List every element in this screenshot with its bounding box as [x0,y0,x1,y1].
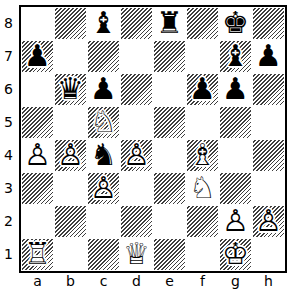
square-e2[interactable] [153,205,186,238]
square-c6[interactable]: ♟ [87,73,120,106]
chess-diagram: ♝♜♚♟♝♟♛♟♟♟♘♙♙♞♙♗♙♘♙♙♖♕♔ 87654321 abcdefg… [0,0,292,292]
square-a2[interactable] [21,205,54,238]
black-rook-icon[interactable]: ♜ [156,6,183,39]
square-f1[interactable] [186,238,219,271]
square-g1[interactable]: ♔ [219,238,252,271]
white-pawn-icon[interactable]: ♙ [90,171,117,204]
square-b8[interactable] [54,7,87,40]
square-g6[interactable]: ♟ [219,73,252,106]
square-a6[interactable] [21,73,54,106]
white-pawn-icon[interactable]: ♙ [255,204,282,237]
black-pawn-icon[interactable]: ♟ [222,72,249,105]
black-pawn-icon[interactable]: ♟ [90,72,117,105]
square-h5[interactable] [252,106,285,139]
file-label-h: h [252,271,285,291]
square-g5[interactable] [219,106,252,139]
square-d5[interactable] [120,106,153,139]
square-a7[interactable]: ♟ [21,40,54,73]
square-g2[interactable]: ♙ [219,205,252,238]
square-c8[interactable]: ♝ [87,7,120,40]
square-d6[interactable] [120,73,153,106]
square-d7[interactable] [120,40,153,73]
black-pawn-icon[interactable]: ♟ [255,39,282,72]
rank-label-6: 6 [0,73,17,106]
square-d3[interactable] [120,172,153,205]
square-h4[interactable] [252,139,285,172]
black-pawn-icon[interactable]: ♟ [24,39,51,72]
square-e4[interactable] [153,139,186,172]
square-a8[interactable] [21,7,54,40]
square-a5[interactable] [21,106,54,139]
white-queen-icon[interactable]: ♕ [123,237,150,270]
white-pawn-icon[interactable]: ♙ [123,138,150,171]
square-c7[interactable] [87,40,120,73]
file-label-c: c [87,271,120,291]
square-f2[interactable] [186,205,219,238]
square-g8[interactable]: ♚ [219,7,252,40]
black-bishop-icon[interactable]: ♝ [222,39,249,72]
black-pawn-icon[interactable]: ♟ [189,72,216,105]
file-label-b: b [54,271,87,291]
file-label-d: d [120,271,153,291]
square-d4[interactable]: ♙ [120,139,153,172]
white-pawn-icon[interactable]: ♙ [57,138,84,171]
square-b4[interactable]: ♙ [54,139,87,172]
black-knight-icon[interactable]: ♞ [90,138,117,171]
square-e5[interactable] [153,106,186,139]
square-b1[interactable] [54,238,87,271]
square-g4[interactable] [219,139,252,172]
white-rook-icon[interactable]: ♖ [24,237,51,270]
white-knight-icon[interactable]: ♘ [189,171,216,204]
square-e6[interactable] [153,73,186,106]
square-h2[interactable]: ♙ [252,205,285,238]
square-g7[interactable]: ♝ [219,40,252,73]
square-c5[interactable]: ♘ [87,106,120,139]
file-label-e: e [153,271,186,291]
square-a4[interactable]: ♙ [21,139,54,172]
rank-label-4: 4 [0,139,17,172]
rank-label-3: 3 [0,172,17,205]
square-f4[interactable]: ♗ [186,139,219,172]
white-knight-icon[interactable]: ♘ [90,105,117,138]
rank-label-7: 7 [0,40,17,73]
white-bishop-icon[interactable]: ♗ [189,138,216,171]
square-e7[interactable] [153,40,186,73]
square-a1[interactable]: ♖ [21,238,54,271]
square-f3[interactable]: ♘ [186,172,219,205]
square-f6[interactable]: ♟ [186,73,219,106]
square-b7[interactable] [54,40,87,73]
square-b6[interactable]: ♛ [54,73,87,106]
white-pawn-icon[interactable]: ♙ [222,204,249,237]
square-e1[interactable] [153,238,186,271]
rank-label-1: 1 [0,238,17,271]
square-f7[interactable] [186,40,219,73]
board: ♝♜♚♟♝♟♛♟♟♟♘♙♙♞♙♗♙♘♙♙♖♕♔ [19,5,287,273]
square-b2[interactable] [54,205,87,238]
rank-label-8: 8 [0,7,17,40]
square-c2[interactable] [87,205,120,238]
white-king-icon[interactable]: ♔ [222,237,249,270]
square-g3[interactable] [219,172,252,205]
square-e3[interactable] [153,172,186,205]
square-h8[interactable] [252,7,285,40]
black-queen-icon[interactable]: ♛ [57,72,84,105]
rank-label-5: 5 [0,106,17,139]
file-label-g: g [219,271,252,291]
square-d2[interactable] [120,205,153,238]
square-c3[interactable]: ♙ [87,172,120,205]
square-h3[interactable] [252,172,285,205]
black-bishop-icon[interactable]: ♝ [90,6,117,39]
black-king-icon[interactable]: ♚ [222,6,249,39]
square-h1[interactable] [252,238,285,271]
rank-label-2: 2 [0,205,17,238]
square-f8[interactable] [186,7,219,40]
square-c1[interactable] [87,238,120,271]
square-d8[interactable] [120,7,153,40]
square-h6[interactable] [252,73,285,106]
square-f5[interactable] [186,106,219,139]
square-d1[interactable]: ♕ [120,238,153,271]
square-c4[interactable]: ♞ [87,139,120,172]
white-pawn-icon[interactable]: ♙ [24,138,51,171]
square-h7[interactable]: ♟ [252,40,285,73]
file-label-a: a [21,271,54,291]
file-label-f: f [186,271,219,291]
square-e8[interactable]: ♜ [153,7,186,40]
square-a3[interactable] [21,172,54,205]
square-b3[interactable] [54,172,87,205]
square-b5[interactable] [54,106,87,139]
